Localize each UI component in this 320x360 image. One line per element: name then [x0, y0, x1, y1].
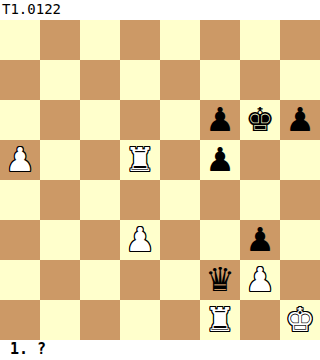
square-c5[interactable] [80, 140, 120, 180]
square-c2[interactable] [80, 260, 120, 300]
square-f7[interactable] [200, 60, 240, 100]
square-b4[interactable] [40, 180, 80, 220]
square-b3[interactable] [40, 220, 80, 260]
square-e6[interactable] [160, 100, 200, 140]
square-h8[interactable] [280, 20, 320, 60]
square-d6[interactable] [120, 100, 160, 140]
puzzle-title: T1.0122 [0, 0, 320, 20]
black-pawn-h6[interactable]: ♟ [280, 100, 320, 140]
square-e4[interactable] [160, 180, 200, 220]
square-g5[interactable] [240, 140, 280, 180]
white-rook-f1[interactable]: ♜ [200, 300, 240, 340]
black-pawn-g3[interactable]: ♟ [240, 220, 280, 260]
white-king-h1[interactable]: ♚ [280, 300, 320, 340]
square-e3[interactable] [160, 220, 200, 260]
square-h7[interactable] [280, 60, 320, 100]
square-d2[interactable] [120, 260, 160, 300]
white-pawn-d3[interactable]: ♟ [120, 220, 160, 260]
square-a8[interactable] [0, 20, 40, 60]
square-c1[interactable] [80, 300, 120, 340]
square-g2[interactable]: ♟ [240, 260, 280, 300]
square-d4[interactable] [120, 180, 160, 220]
black-pawn-f5[interactable]: ♟ [200, 140, 240, 180]
square-g1[interactable] [240, 300, 280, 340]
chess-board: ♟♚♟♟♜♟♟♟♛♟♜♚ [0, 20, 320, 340]
square-e1[interactable] [160, 300, 200, 340]
square-e2[interactable] [160, 260, 200, 300]
square-c6[interactable] [80, 100, 120, 140]
square-g3[interactable]: ♟ [240, 220, 280, 260]
square-d5[interactable]: ♜ [120, 140, 160, 180]
square-b5[interactable] [40, 140, 80, 180]
square-e7[interactable] [160, 60, 200, 100]
square-g4[interactable] [240, 180, 280, 220]
square-h6[interactable]: ♟ [280, 100, 320, 140]
square-d8[interactable] [120, 20, 160, 60]
square-d1[interactable] [120, 300, 160, 340]
square-f1[interactable]: ♜ [200, 300, 240, 340]
white-pawn-a5[interactable]: ♟ [0, 140, 40, 180]
square-f8[interactable] [200, 20, 240, 60]
square-f5[interactable]: ♟ [200, 140, 240, 180]
square-b6[interactable] [40, 100, 80, 140]
square-a6[interactable] [0, 100, 40, 140]
white-rook-d5[interactable]: ♜ [120, 140, 160, 180]
square-g6[interactable]: ♚ [240, 100, 280, 140]
square-f3[interactable] [200, 220, 240, 260]
square-a7[interactable] [0, 60, 40, 100]
square-b8[interactable] [40, 20, 80, 60]
square-a2[interactable] [0, 260, 40, 300]
square-a5[interactable]: ♟ [0, 140, 40, 180]
square-h4[interactable] [280, 180, 320, 220]
square-d3[interactable]: ♟ [120, 220, 160, 260]
square-a1[interactable] [0, 300, 40, 340]
white-pawn-g2[interactable]: ♟ [240, 260, 280, 300]
square-e8[interactable] [160, 20, 200, 60]
square-c8[interactable] [80, 20, 120, 60]
square-h5[interactable] [280, 140, 320, 180]
square-a3[interactable] [0, 220, 40, 260]
move-prompt: 1. ? [0, 340, 320, 360]
square-c7[interactable] [80, 60, 120, 100]
square-c3[interactable] [80, 220, 120, 260]
square-c4[interactable] [80, 180, 120, 220]
square-g7[interactable] [240, 60, 280, 100]
square-b7[interactable] [40, 60, 80, 100]
square-d7[interactable] [120, 60, 160, 100]
black-pawn-f6[interactable]: ♟ [200, 100, 240, 140]
square-b2[interactable] [40, 260, 80, 300]
black-king-g6[interactable]: ♚ [240, 100, 280, 140]
black-queen-f2[interactable]: ♛ [200, 260, 240, 300]
square-g8[interactable] [240, 20, 280, 60]
square-h3[interactable] [280, 220, 320, 260]
square-b1[interactable] [40, 300, 80, 340]
square-f4[interactable] [200, 180, 240, 220]
square-e5[interactable] [160, 140, 200, 180]
square-h1[interactable]: ♚ [280, 300, 320, 340]
square-f6[interactable]: ♟ [200, 100, 240, 140]
square-h2[interactable] [280, 260, 320, 300]
square-f2[interactable]: ♛ [200, 260, 240, 300]
square-a4[interactable] [0, 180, 40, 220]
